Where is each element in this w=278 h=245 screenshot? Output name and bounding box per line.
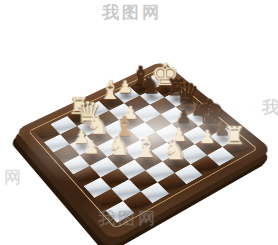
piece-glyph-rook: ♜ bbox=[215, 124, 256, 149]
pieces-layer: ♚♝♜♞♟♛♝♟♚♟♟♜♟♛♜♟♟♝♞♟♞♝♞♟ bbox=[34, 72, 250, 223]
chess-set-photo: 我图网 ♚♝♜♞♟♛♝♟♚♟♟♜♟♛♜♟♟♝♞♟♞♝♞♟ 我图网 我图网 我图网 bbox=[0, 0, 278, 245]
chess-board: ♚♝♜♞♟♛♝♟♚♟♟♜♟♛♜♟♟♝♞♟♞♝♞♟ bbox=[15, 61, 273, 241]
chess-scene: ♚♝♜♞♟♛♝♟♚♟♟♜♟♛♜♟♟♝♞♟♞♝♞♟ bbox=[0, 0, 278, 245]
piece-glyph-knight: ♞ bbox=[154, 136, 195, 163]
